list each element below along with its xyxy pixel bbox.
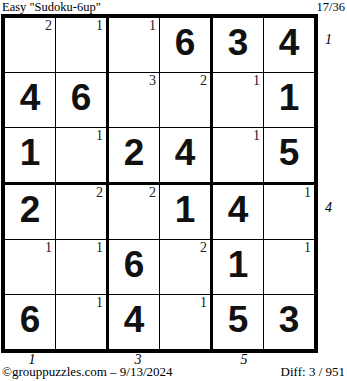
cell-value: 5 xyxy=(213,301,263,338)
cell-r5c4[interactable]: 2 xyxy=(160,240,213,295)
cell-r3c2[interactable]: 1 xyxy=(56,128,109,185)
cell-r6c2[interactable]: 1 xyxy=(56,295,109,349)
pencil-mark: 2 xyxy=(45,18,52,33)
cell-value: 3 xyxy=(213,24,263,61)
cell-r1c6[interactable]: 4 xyxy=(264,18,314,73)
cell-value: 4 xyxy=(213,191,263,228)
pencil-mark: 1 xyxy=(304,185,311,200)
pencil-mark: 1 xyxy=(96,295,103,310)
row-label-1: 1 xyxy=(325,32,332,48)
cell-r2c5[interactable]: 1 xyxy=(213,73,264,128)
cell-value: 4 xyxy=(264,24,314,61)
cell-value: 2 xyxy=(5,191,55,228)
cell-value: 3 xyxy=(264,301,314,338)
cell-r6c6[interactable]: 3 xyxy=(264,295,314,349)
cell-r4c3[interactable]: 2 xyxy=(109,185,160,240)
cell-r3c6[interactable]: 5 xyxy=(264,128,314,185)
cell-r6c5[interactable]: 5 xyxy=(213,295,264,349)
cell-r5c2[interactable]: 1 xyxy=(56,240,109,295)
cell-r4c4[interactable]: 1 xyxy=(160,185,213,240)
cell-r3c5[interactable]: 1 xyxy=(213,128,264,185)
cell-r5c5[interactable]: 1 xyxy=(213,240,264,295)
copyright-date-text: ©grouppuzzles.com – 9/13/2024 xyxy=(2,364,173,380)
cell-r2c1[interactable]: 4 xyxy=(5,73,56,128)
pencil-mark: 1 xyxy=(304,240,311,255)
cell-r4c2[interactable]: 2 xyxy=(56,185,109,240)
difficulty-text: Diff: 3 / 951 xyxy=(281,364,345,380)
cell-r3c4[interactable]: 4 xyxy=(160,128,213,185)
cell-r2c2[interactable]: 6 xyxy=(56,73,109,128)
cell-r6c1[interactable]: 6 xyxy=(5,295,56,349)
cell-r4c1[interactable]: 2 xyxy=(5,185,56,240)
pencil-mark: 1 xyxy=(253,128,260,143)
puzzle-title: Easy "Sudoku-6up" xyxy=(2,0,101,15)
cell-r6c3[interactable]: 4 xyxy=(109,295,160,349)
cell-r2c3[interactable]: 3 xyxy=(109,73,160,128)
cell-r4c6[interactable]: 1 xyxy=(264,185,314,240)
cell-r5c6[interactable]: 1 xyxy=(264,240,314,295)
cell-value: 4 xyxy=(160,134,210,171)
cell-value: 1 xyxy=(5,134,55,171)
pencil-mark: 1 xyxy=(45,240,52,255)
pencil-mark: 1 xyxy=(96,18,103,33)
cell-value: 1 xyxy=(160,191,210,228)
cell-r3c3[interactable]: 2 xyxy=(109,128,160,185)
cell-r6c4[interactable]: 1 xyxy=(160,295,213,349)
cell-value: 4 xyxy=(109,301,159,338)
pencil-mark: 1 xyxy=(96,128,103,143)
pencil-mark: 1 xyxy=(253,73,260,88)
cell-r3c1[interactable]: 1 xyxy=(5,128,56,185)
pencil-mark: 1 xyxy=(96,240,103,255)
cell-value: 4 xyxy=(5,79,55,116)
sudoku-board: 211634463211112415222141116211614153 xyxy=(1,14,318,353)
cell-r1c2[interactable]: 1 xyxy=(56,18,109,73)
pencil-mark: 2 xyxy=(96,185,103,200)
cell-r2c6[interactable]: 1 xyxy=(264,73,314,128)
cell-value: 1 xyxy=(213,246,263,283)
cell-value: 2 xyxy=(109,134,159,171)
puzzle-counter: 17/36 xyxy=(317,0,345,15)
pencil-mark: 3 xyxy=(149,73,156,88)
pencil-mark: 1 xyxy=(200,295,207,310)
cell-value: 6 xyxy=(160,24,210,61)
cell-r1c1[interactable]: 2 xyxy=(5,18,56,73)
cell-r2c4[interactable]: 2 xyxy=(160,73,213,128)
pencil-mark: 2 xyxy=(200,240,207,255)
cell-r1c4[interactable]: 6 xyxy=(160,18,213,73)
cell-value: 6 xyxy=(56,79,106,116)
cell-value: 1 xyxy=(264,79,314,116)
cell-value: 6 xyxy=(5,301,55,338)
cell-value: 6 xyxy=(109,246,159,283)
cell-value: 5 xyxy=(264,134,314,171)
puzzle-page: Easy "Sudoku-6up" 17/36 2116344632111124… xyxy=(0,0,347,381)
pencil-mark: 1 xyxy=(149,18,156,33)
col-label-5: 5 xyxy=(224,352,264,368)
cell-r1c3[interactable]: 1 xyxy=(109,18,160,73)
pencil-mark: 2 xyxy=(200,73,207,88)
cell-r5c1[interactable]: 1 xyxy=(5,240,56,295)
row-label-4: 4 xyxy=(325,200,332,216)
cell-r1c5[interactable]: 3 xyxy=(213,18,264,73)
pencil-mark: 2 xyxy=(149,185,156,200)
cell-r4c5[interactable]: 4 xyxy=(213,185,264,240)
cell-r5c3[interactable]: 6 xyxy=(109,240,160,295)
